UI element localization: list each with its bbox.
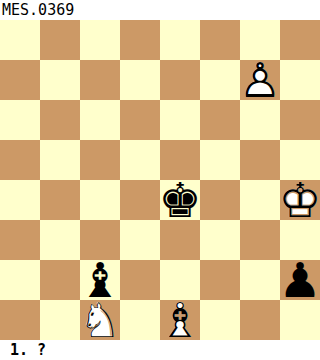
move-prompt: 1. ? [0,340,46,360]
white-pawn-outline: ♙ [240,60,280,100]
square-b8[interactable] [40,20,80,60]
square-b2[interactable] [40,260,80,300]
square-g1[interactable] [240,300,280,340]
square-f7[interactable] [200,60,240,100]
square-f3[interactable] [200,220,240,260]
square-e6[interactable] [160,100,200,140]
square-b7[interactable] [40,60,80,100]
square-a7[interactable] [0,60,40,100]
square-d4[interactable] [120,180,160,220]
square-c8[interactable] [80,20,120,60]
square-h4[interactable]: ♚♔ [280,180,320,220]
square-a4[interactable] [0,180,40,220]
square-e1[interactable]: ♝♗ [160,300,200,340]
square-d2[interactable] [120,260,160,300]
square-f6[interactable] [200,100,240,140]
square-d5[interactable] [120,140,160,180]
square-e3[interactable] [160,220,200,260]
square-f1[interactable] [200,300,240,340]
square-d3[interactable] [120,220,160,260]
square-b1[interactable] [40,300,80,340]
white-pawn[interactable]: ♟♙ [240,60,280,100]
white-knight-outline: ♘ [80,300,120,340]
square-e7[interactable] [160,60,200,100]
square-b6[interactable] [40,100,80,140]
square-g3[interactable] [240,220,280,260]
square-h7[interactable] [280,60,320,100]
square-c7[interactable] [80,60,120,100]
square-b5[interactable] [40,140,80,180]
square-d1[interactable] [120,300,160,340]
white-king[interactable]: ♚♔ [280,180,320,220]
white-knight[interactable]: ♞♘ [80,300,120,340]
square-c4[interactable] [80,180,120,220]
square-f5[interactable] [200,140,240,180]
square-a6[interactable] [0,100,40,140]
chess-board: ♟♙♚♚♔♝♟♞♘♝♗ [0,20,320,340]
square-e8[interactable] [160,20,200,60]
square-g5[interactable] [240,140,280,180]
square-g6[interactable] [240,100,280,140]
square-a5[interactable] [0,140,40,180]
square-g2[interactable] [240,260,280,300]
square-a8[interactable] [0,20,40,60]
square-b3[interactable] [40,220,80,260]
square-d8[interactable] [120,20,160,60]
square-d6[interactable] [120,100,160,140]
square-c6[interactable] [80,100,120,140]
square-e4[interactable]: ♚ [160,180,200,220]
white-bishop-outline: ♗ [160,300,200,340]
square-a1[interactable] [0,300,40,340]
square-h8[interactable] [280,20,320,60]
square-a2[interactable] [0,260,40,300]
square-d7[interactable] [120,60,160,100]
square-h1[interactable] [280,300,320,340]
square-f4[interactable] [200,180,240,220]
black-king[interactable]: ♚ [160,180,200,220]
square-b4[interactable] [40,180,80,220]
square-a3[interactable] [0,220,40,260]
square-g7[interactable]: ♟♙ [240,60,280,100]
square-f2[interactable] [200,260,240,300]
white-bishop[interactable]: ♝♗ [160,300,200,340]
square-g4[interactable] [240,180,280,220]
square-f8[interactable] [200,20,240,60]
square-c1[interactable]: ♞♘ [80,300,120,340]
diagram-title: MES.0369 [0,0,74,20]
white-king-outline: ♔ [280,180,320,220]
square-c5[interactable] [80,140,120,180]
square-h6[interactable] [280,100,320,140]
title-bar: MES.0369 [0,0,320,20]
chess-diagram-page: MES.0369 ♟♙♚♚♔♝♟♞♘♝♗ 1. ? [0,0,320,360]
black-pawn[interactable]: ♟ [280,260,320,300]
square-h2[interactable]: ♟ [280,260,320,300]
